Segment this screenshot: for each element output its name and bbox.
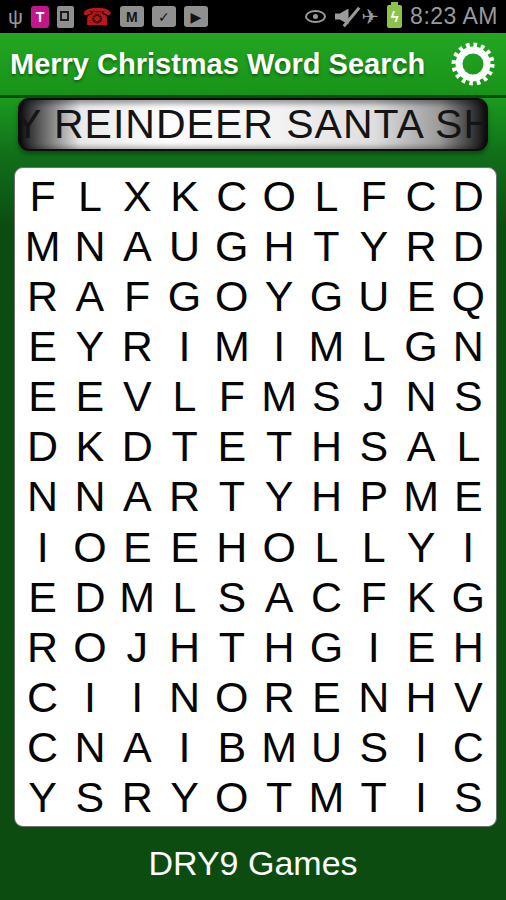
grid-cell-r12c7[interactable]: U — [303, 723, 350, 773]
grid-cell-r5c9[interactable]: N — [397, 372, 444, 422]
grid-cell-r7c4[interactable]: R — [161, 472, 208, 522]
status-icons-right: ✈ ϟ 8:23 AM — [305, 3, 499, 30]
app-screen: ψ T ☎ M ✓ ▶ ✈ ϟ 8:23 AM Merry Christmas … — [0, 0, 506, 900]
grid-cell-r10c5[interactable]: T — [208, 622, 255, 672]
grid-cell-r4c1[interactable]: E — [19, 321, 66, 371]
grid-cell-r6c8[interactable]: S — [350, 422, 397, 472]
grid-cell-r9c4[interactable]: L — [161, 572, 208, 622]
grid-cell-r3c9[interactable]: E — [397, 271, 444, 321]
grid-cell-r7c5[interactable]: T — [208, 472, 255, 522]
grid-cell-r3c3[interactable]: F — [114, 271, 161, 321]
grid-cell-r9c9[interactable]: K — [397, 572, 444, 622]
grid-cell-r13c9[interactable]: I — [397, 773, 444, 823]
grid-cell-r9c6[interactable]: A — [255, 572, 302, 622]
tmobile-icon: T — [31, 6, 49, 28]
grid-cell-r4c9[interactable]: G — [397, 321, 444, 371]
grid-cell-r9c1[interactable]: E — [19, 572, 66, 622]
grid-cell-r5c10[interactable]: S — [445, 372, 492, 422]
status-icons-left: ψ T ☎ M ✓ ▶ — [8, 5, 208, 29]
grid-cell-r9c10[interactable]: G — [445, 572, 492, 622]
grid-cell-r3c4[interactable]: G — [161, 271, 208, 321]
grid-cell-r4c3[interactable]: R — [114, 321, 161, 371]
grid-cell-r10c1[interactable]: R — [19, 622, 66, 672]
grid-cell-r10c6[interactable]: H — [255, 622, 302, 672]
grid-cell-r7c3[interactable]: A — [114, 472, 161, 522]
grid-cell-r12c5[interactable]: B — [208, 723, 255, 773]
grid-cell-r5c4[interactable]: L — [161, 372, 208, 422]
grid-cell-r12c6[interactable]: M — [255, 723, 302, 773]
grid-cell-r3c10[interactable]: Q — [445, 271, 492, 321]
app-body: Y REINDEER SANTA SHIN FLXKCOLFCDMNAUGHTY… — [0, 98, 506, 900]
usb-icon: ψ — [8, 6, 23, 27]
bolt-icon: ϟ — [391, 9, 399, 24]
grid-cell-r2c4[interactable]: U — [161, 221, 208, 271]
verified-bag-icon: ✓ — [152, 6, 176, 27]
grid-cell-r5c6[interactable]: M — [255, 372, 302, 422]
grid-cell-r5c7[interactable]: S — [303, 372, 350, 422]
grid-cell-r9c5[interactable]: S — [208, 572, 255, 622]
grid-cell-r10c3[interactable]: J — [114, 622, 161, 672]
app-header: Merry Christmas Word Search — [0, 33, 506, 95]
grid-cell-r11c9[interactable]: H — [397, 673, 444, 723]
grid-cell-r7c2[interactable]: N — [66, 472, 113, 522]
eye-icon — [305, 10, 326, 23]
grid-cell-r3c8[interactable]: U — [350, 271, 397, 321]
grid-cell-r3c5[interactable]: O — [208, 271, 255, 321]
grid-cell-r12c2[interactable]: N — [66, 723, 113, 773]
grid-cell-r5c8[interactable]: J — [350, 372, 397, 422]
grid-cell-r11c2[interactable]: I — [66, 673, 113, 723]
grid-cell-r2c7[interactable]: T — [303, 221, 350, 271]
grid-cell-r5c2[interactable]: E — [66, 372, 113, 422]
grid-cell-r6c6[interactable]: T — [255, 422, 302, 472]
grid-cell-r6c5[interactable]: E — [208, 422, 255, 472]
grid-cell-r11c7[interactable]: E — [303, 673, 350, 723]
grid-cell-r8c6[interactable]: O — [255, 522, 302, 572]
grid-cell-r1c3[interactable]: X — [114, 171, 161, 221]
sim-card-icon — [57, 6, 74, 28]
grid-cell-r4c4[interactable]: I — [161, 321, 208, 371]
grid-cell-r10c9[interactable]: E — [397, 622, 444, 672]
grid-cell-r8c9[interactable]: Y — [397, 522, 444, 572]
grid-cell-r12c4[interactable]: I — [161, 723, 208, 773]
grid-cell-r12c1[interactable]: C — [19, 723, 66, 773]
grid-cell-r4c7[interactable]: M — [303, 321, 350, 371]
grid-cell-r6c7[interactable]: H — [303, 422, 350, 472]
grid-cell-r6c4[interactable]: T — [161, 422, 208, 472]
grid-cell-r12c9[interactable]: I — [397, 723, 444, 773]
grid-cell-r8c4[interactable]: E — [161, 522, 208, 572]
grid-cell-r9c8[interactable]: F — [350, 572, 397, 622]
grid-cell-r2c10[interactable]: D — [445, 221, 492, 271]
grid-cell-r5c3[interactable]: V — [114, 372, 161, 422]
grid-cell-r7c6[interactable]: Y — [255, 472, 302, 522]
status-bar: ψ T ☎ M ✓ ▶ ✈ ϟ 8:23 AM — [0, 0, 506, 33]
grid-cell-r4c2[interactable]: Y — [66, 321, 113, 371]
grid-cell-r6c9[interactable]: A — [397, 422, 444, 472]
grid-cell-r2c9[interactable]: R — [397, 221, 444, 271]
grid-cell-r2c8[interactable]: Y — [350, 221, 397, 271]
battery-charging-icon: ϟ — [387, 5, 402, 28]
airplane-mode-icon: ✈ — [362, 6, 380, 27]
grid-cell-r13c4[interactable]: Y — [161, 773, 208, 823]
grid-cell-r10c10[interactable]: H — [445, 622, 492, 672]
grid-cell-r8c2[interactable]: O — [66, 522, 113, 572]
grid-cell-r1c6[interactable]: O — [255, 171, 302, 221]
grid-cell-r13c6[interactable]: T — [255, 773, 302, 823]
grid-cell-r1c4[interactable]: K — [161, 171, 208, 221]
grid-cell-r4c10[interactable]: N — [445, 321, 492, 371]
gmail-icon: M — [120, 6, 144, 27]
grid-cell-r11c8[interactable]: N — [350, 673, 397, 723]
grid-cell-r5c1[interactable]: E — [19, 372, 66, 422]
grid-cell-r8c7[interactable]: L — [303, 522, 350, 572]
grid-cell-r12c10[interactable]: C — [445, 723, 492, 773]
footer-brand: DRY9 Games — [0, 827, 506, 900]
grid-cell-r11c10[interactable]: V — [445, 673, 492, 723]
grid-cell-r11c4[interactable]: N — [161, 673, 208, 723]
grid-cell-r11c6[interactable]: R — [255, 673, 302, 723]
grid-cell-r1c9[interactable]: C — [397, 171, 444, 221]
play-store-icon: ▶ — [184, 6, 208, 27]
grid-cell-r12c3[interactable]: A — [114, 723, 161, 773]
grid-cell-r6c1[interactable]: D — [19, 422, 66, 472]
grid-cell-r8c8[interactable]: L — [350, 522, 397, 572]
grid-cell-r2c2[interactable]: N — [66, 221, 113, 271]
grid-cell-r8c3[interactable]: E — [114, 522, 161, 572]
grid-cell-r4c6[interactable]: I — [255, 321, 302, 371]
word-ticker-text: Y REINDEER SANTA SHIN — [18, 101, 488, 148]
grid-cell-r2c1[interactable]: M — [19, 221, 66, 271]
grid-cell-r7c7[interactable]: H — [303, 472, 350, 522]
grid-cell-r3c2[interactable]: A — [66, 271, 113, 321]
grid-cell-r8c10[interactable]: I — [445, 522, 492, 572]
grid-cell-r9c3[interactable]: M — [114, 572, 161, 622]
grid-cell-r2c6[interactable]: H — [255, 221, 302, 271]
grid-cell-r13c8[interactable]: T — [350, 773, 397, 823]
grid-cell-r1c1[interactable]: F — [19, 171, 66, 221]
grid-cell-r2c3[interactable]: A — [114, 221, 161, 271]
mute-icon — [334, 7, 354, 27]
grid-cell-r11c1[interactable]: C — [19, 673, 66, 723]
grid-cell-r13c7[interactable]: M — [303, 773, 350, 823]
grid-cell-r4c8[interactable]: L — [350, 321, 397, 371]
grid-cell-r1c7[interactable]: L — [303, 171, 350, 221]
grid-cell-r6c2[interactable]: K — [66, 422, 113, 472]
grid-cell-r7c10[interactable]: E — [445, 472, 492, 522]
grid-cell-r11c3[interactable]: I — [114, 673, 161, 723]
grid-cell-r6c10[interactable]: L — [445, 422, 492, 472]
grid-cell-r10c4[interactable]: H — [161, 622, 208, 672]
grid-cell-r10c7[interactable]: G — [303, 622, 350, 672]
grid-cell-r13c10[interactable]: S — [445, 773, 492, 823]
missed-call-icon: ☎ — [82, 5, 112, 29]
grid-cell-r7c8[interactable]: P — [350, 472, 397, 522]
grid-cell-r1c10[interactable]: D — [445, 171, 492, 221]
grid-cell-r3c7[interactable]: G — [303, 271, 350, 321]
grid-cell-r7c1[interactable]: N — [19, 472, 66, 522]
grid-cell-r13c5[interactable]: O — [208, 773, 255, 823]
grid-cell-r1c2[interactable]: L — [66, 171, 113, 221]
grid-cell-r8c5[interactable]: H — [208, 522, 255, 572]
grid-cell-r7c9[interactable]: M — [397, 472, 444, 522]
grid-cell-r13c2[interactable]: S — [66, 773, 113, 823]
grid-cell-r12c8[interactable]: S — [350, 723, 397, 773]
settings-gear-icon[interactable] — [448, 39, 498, 89]
grid-cell-r9c2[interactable]: D — [66, 572, 113, 622]
grid-cell-r9c7[interactable]: C — [303, 572, 350, 622]
app-title: Merry Christmas Word Search — [10, 48, 448, 81]
word-search-board[interactable]: FLXKCOLFCDMNAUGHTYRDRAFGOYGUEQEYRIMIMLGN… — [14, 167, 497, 827]
grid-cell-r13c1[interactable]: Y — [19, 773, 66, 823]
grid-cell-r1c8[interactable]: F — [350, 171, 397, 221]
grid-cell-r13c3[interactable]: R — [114, 773, 161, 823]
grid-cell-r5c5[interactable]: F — [208, 372, 255, 422]
grid-cell-r10c8[interactable]: I — [350, 622, 397, 672]
grid-cell-r2c5[interactable]: G — [208, 221, 255, 271]
word-ticker: Y REINDEER SANTA SHIN — [18, 98, 488, 151]
grid-cell-r4c5[interactable]: M — [208, 321, 255, 371]
status-time: 8:23 AM — [410, 3, 498, 30]
grid-cell-r3c1[interactable]: R — [19, 271, 66, 321]
grid-cell-r6c3[interactable]: D — [114, 422, 161, 472]
grid-cell-r10c2[interactable]: O — [66, 622, 113, 672]
grid-cell-r1c5[interactable]: C — [208, 171, 255, 221]
grid-cell-r3c6[interactable]: Y — [255, 271, 302, 321]
grid-cell-r11c5[interactable]: O — [208, 673, 255, 723]
grid-cell-r8c1[interactable]: I — [19, 522, 66, 572]
